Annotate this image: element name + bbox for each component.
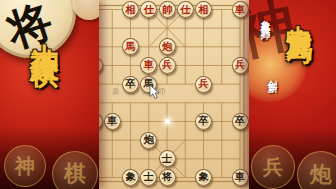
left-banner: 神 棋 将 大神象棋 (0, 0, 99, 189)
decor-piece-icon: 神 (4, 145, 46, 187)
left-title: 大神象棋 (25, 20, 65, 40)
piece-black-soldier[interactable]: 卒 (195, 113, 212, 130)
piece-black-chariot[interactable]: 車 (104, 113, 121, 130)
piece-red-soldier[interactable]: 兵 (159, 57, 176, 74)
piece-red-elephant[interactable]: 相 (195, 1, 212, 18)
piece-black-general[interactable]: 将 (159, 169, 176, 186)
piece-black-soldier[interactable]: 卒 (232, 113, 249, 130)
piece-black-chariot[interactable]: 車 (232, 169, 249, 186)
decor-piece-icon: 兵 (251, 145, 295, 189)
piece-red-soldier[interactable]: 兵 (195, 76, 212, 93)
piece-black-soldier[interactable]: 卒 (122, 76, 139, 93)
piece-red-cannon[interactable]: 炮 (159, 38, 176, 55)
piece-red-general[interactable]: 帥 (159, 1, 176, 18)
decor-piece-edge (72, 0, 99, 20)
subtitle-innovation: 创新 (265, 72, 279, 78)
piece-red-chariot[interactable]: 車 (232, 1, 249, 18)
last-move-marker (165, 119, 170, 124)
right-banner: 神 兵 炮 象棋大师 创新 中炮对屏风马 (249, 0, 336, 189)
piece-black-advisor[interactable]: 士 (159, 150, 176, 167)
piece-black-cannon[interactable]: 炮 (140, 132, 157, 149)
piece-black-elephant[interactable]: 象 (122, 169, 139, 186)
video-thumbnail: 象棋大师 相仕帥仕相車馬炮兵車兵兵兵卒馬卒車卒卒炮士象士将象車 神 棋 将 大神… (0, 0, 336, 189)
piece-red-soldier[interactable]: 兵 (232, 57, 249, 74)
subtitle-master: 象棋大师 (258, 12, 272, 24)
right-title: 中炮对屏风马 (283, 5, 318, 23)
piece-red-elephant[interactable]: 相 (122, 1, 139, 18)
piece-black-elephant[interactable]: 象 (195, 169, 212, 186)
piece-red-advisor[interactable]: 仕 (177, 1, 194, 18)
decor-piece-icon: 棋 (52, 151, 98, 189)
